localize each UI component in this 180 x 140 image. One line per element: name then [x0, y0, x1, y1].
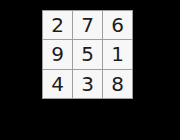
grid-cell-r1c3: 6 [103, 11, 132, 39]
canvas: 2 7 6 9 5 1 4 3 8 [0, 0, 180, 140]
grid-cell-r2c2: 5 [73, 40, 102, 68]
grid-cell-r2c1: 9 [43, 40, 72, 68]
magic-square-board: 2 7 6 9 5 1 4 3 8 [42, 10, 133, 99]
grid-cell-r2c3: 1 [103, 40, 132, 68]
grid-cell-r1c2: 7 [73, 11, 102, 39]
grid-cell-r3c3: 8 [103, 70, 132, 98]
grid-cell-r3c1: 4 [43, 70, 72, 98]
grid-cell-r1c1: 2 [43, 11, 72, 39]
grid-cell-r3c2: 3 [73, 70, 102, 98]
